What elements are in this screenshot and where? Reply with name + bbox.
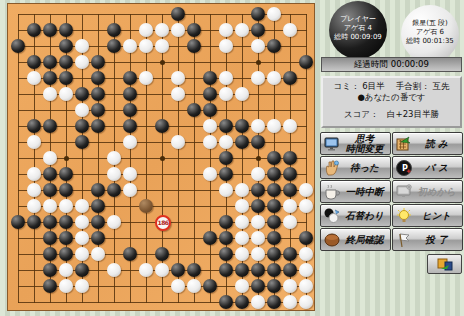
black-stone [203,279,217,293]
star-point [160,156,165,161]
white-stone [299,263,313,277]
black-stone [283,167,297,181]
black-stone [283,247,297,261]
black-stone [43,279,57,293]
white-stone [267,7,281,21]
white-stone [75,55,89,69]
white-stone [139,263,153,277]
restart-button[interactable]: 初めから [392,180,463,203]
white-stone [107,215,121,229]
black-stone [251,7,265,21]
black-stone [219,295,233,309]
white-stone [75,247,89,261]
black-stone [75,135,89,149]
black-stone [171,263,185,277]
white-stone [299,199,313,213]
black-stone [219,247,233,261]
black-stone [59,23,73,37]
black-stone [43,71,57,85]
white-stone [75,215,89,229]
black-stone [107,183,121,197]
white-stone [107,167,121,181]
white-stone [27,135,41,149]
white-stone [75,199,89,213]
white-stone [139,39,153,53]
turn-indicator: ●あなたの番です [323,92,460,103]
black-stone [219,119,233,133]
resign-button[interactable]: 投 了 [392,228,463,251]
white-stone [27,167,41,181]
white-stone [219,39,233,53]
black-stone [219,167,233,181]
black-stone [11,215,25,229]
black-stone [203,71,217,85]
black-stone [43,167,57,181]
hint-button[interactable]: ヒント [392,204,463,227]
white-stone [235,199,249,213]
black-stone [219,231,233,245]
black-stone [219,151,233,165]
black-stone [267,215,281,229]
pass-label: パ ス [413,163,460,173]
white-stone [235,247,249,261]
black-stone [187,23,201,37]
flag-icon [395,231,413,249]
black-stone [187,103,201,117]
black-stone [267,167,281,181]
white-stone [235,279,249,293]
star-point [160,60,165,65]
black-stone [283,263,297,277]
pass-icon: P+ [395,159,413,177]
black-stone [107,23,121,37]
white-stone [251,39,265,53]
go-board[interactable]: 186 [7,3,315,311]
white-stone [251,167,265,181]
black-stone [235,135,249,149]
black-stone [91,103,105,117]
komi-handicap-line: コミ： 6目半 手合割： 互先 [323,81,460,92]
black-stone [75,87,89,101]
think-time-label: 思考 時間変更 [341,134,388,153]
white-stone [219,23,233,37]
pause-label: 一時中断 [341,187,388,197]
black-stone [27,55,41,69]
white-stone [155,23,169,37]
white-player-stone-panel: 銀星(五 段) アゲ石 6 総時 00:01:35 [401,5,459,63]
monitor-plus-icon [395,183,413,201]
black-stone [59,247,73,261]
black-stone [283,71,297,85]
white-stone [219,183,233,197]
black-stone [267,295,281,309]
white-stone [283,119,297,133]
black-stone [155,119,169,133]
bulb-icon [395,207,413,225]
undo-label: 待った [341,163,388,173]
black-total-time: 総時 00:09:09 [329,33,387,42]
white-stone [75,103,89,117]
white-stone [107,263,121,277]
yomi-button[interactable]: 読 み [392,132,463,155]
black-stone [91,71,105,85]
white-stone [283,295,297,309]
white-stone [235,23,249,37]
black-stone [171,7,185,21]
white-stone [155,263,169,277]
white-stone [139,23,153,37]
white-stone [299,295,313,309]
black-stone [43,23,57,37]
white-stone [59,279,73,293]
white-stone [283,199,297,213]
black-stone [203,103,217,117]
black-stone [43,183,57,197]
white-stone [235,183,249,197]
hint-label: ヒント [413,211,460,221]
black-stone [283,151,297,165]
black-stone [27,215,41,229]
black-stone [219,263,233,277]
black-stone [267,183,281,197]
black-stone [299,55,313,69]
white-stone [123,183,137,197]
white-stone [59,87,73,101]
white-stone [107,151,121,165]
black-stone [107,39,121,53]
black-stone [267,231,281,245]
white-stone [75,279,89,293]
restart-label: 初めから [413,187,460,197]
bowl-icon [323,231,341,249]
pause-button[interactable]: 一時中断 [320,180,391,203]
white-stone [171,87,185,101]
game-info-box: コミ： 6目半 手合割： 互先 ●あなたの番です スコア： 白+23目半勝 [321,76,462,128]
white-stone [283,279,297,293]
white-stone [251,295,265,309]
black-stone [251,23,265,37]
black-stone [43,119,57,133]
white-stone [203,119,217,133]
stone-swap-label: 石替わり [341,211,388,221]
black-stone [27,119,41,133]
black-stone [267,199,281,213]
black-stone [91,215,105,229]
white-stone [171,23,185,37]
white-total-time: 総時 00:01:35 [401,37,459,46]
black-stone [187,39,201,53]
last-move-marker-stone: 186 [155,215,171,231]
svg-text:+: + [406,167,411,174]
black-stone [59,183,73,197]
stone-swap-button[interactable]: 石替わり [320,204,391,227]
black-stone [283,183,297,197]
black-stone [203,87,217,101]
white-stone [251,215,265,229]
white-stone [235,231,249,245]
window-switch-icon [437,257,453,271]
stones-icon [323,207,341,225]
panel-toggle-button[interactable] [427,254,462,274]
white-stone [203,167,217,181]
white-stone [235,87,249,101]
black-stone [11,39,25,53]
white-captures: アゲ石 6 [401,28,459,37]
black-stone [43,247,57,261]
end-confirm-label: 終局確認 [341,235,388,245]
black-stone [123,71,137,85]
white-stone [251,119,265,133]
star-point [256,60,261,65]
black-stone [43,231,57,245]
white-stone [91,247,105,261]
white-stone [251,71,265,85]
black-stone [251,135,265,149]
white-stone [43,151,57,165]
hand-icon [323,159,341,177]
white-stone [219,87,233,101]
black-stone [155,247,169,261]
black-stone [75,119,89,133]
black-stone [251,263,265,277]
resign-label: 投 了 [413,235,460,245]
white-stone [299,183,313,197]
white-stone [171,279,185,293]
black-stone [59,55,73,69]
white-stone [187,279,201,293]
white-stone [283,215,297,229]
end-confirm-button[interactable]: 終局確認 [320,228,391,251]
white-stone [299,247,313,261]
white-stone [27,199,41,213]
white-stone [43,87,57,101]
pass-button[interactable]: P+ パ ス [392,156,463,179]
black-stone [91,119,105,133]
white-stone [27,71,41,85]
black-stone [123,103,137,117]
white-stone [123,39,137,53]
think-time-button[interactable]: 思考 時間変更 [320,132,391,155]
white-stone [283,23,297,37]
black-stone [267,247,281,261]
white-stone [267,71,281,85]
white-stone [27,183,41,197]
black-stone [251,279,265,293]
yomi-label: 読 み [413,139,460,149]
black-stone [123,87,137,101]
white-stone [267,119,281,133]
go-app-window: { "game": "go", "board": { "size": 19, "… [0,0,464,316]
white-stone [139,71,153,85]
black-captures: アゲ石 4 [329,24,387,33]
black-stone [59,71,73,85]
black-stone [123,119,137,133]
white-stone [235,215,249,229]
white-stone [155,39,169,53]
black-stone [43,55,57,69]
black-stone [267,279,281,293]
black-stone [235,119,249,133]
white-stone [203,135,217,149]
black-stone [299,231,313,245]
white-stone [251,247,265,261]
brown-highlight-stone [139,199,153,213]
black-stone [267,263,281,277]
black-stone [59,215,73,229]
white-player-name: 銀星(五 段) [401,19,459,28]
cup-icon [323,183,341,201]
white-stone [123,135,137,149]
black-stone [43,215,57,229]
score-line: スコア： 白+23目半勝 [323,109,460,120]
black-stone [91,183,105,197]
monitor-icon [323,135,341,153]
black-stone [203,231,217,245]
white-stone [171,71,185,85]
black-stone [43,263,57,277]
black-stone [235,263,249,277]
white-stone [75,39,89,53]
black-stone [59,167,73,181]
star-point [256,156,261,161]
board-arrow-icon [395,135,413,153]
black-stone [59,231,73,245]
white-stone [123,167,137,181]
white-stone [75,231,89,245]
black-stone [267,151,281,165]
white-stone [59,263,73,277]
white-stone [219,135,233,149]
black-stone [27,23,41,37]
black-stone [235,295,249,309]
black-stone [251,199,265,213]
elapsed-time-bar: 経過時間 00:00:09 [321,57,462,72]
black-stone [219,215,233,229]
black-stone [91,199,105,213]
black-stone [251,183,265,197]
star-point [64,156,69,161]
white-stone [59,199,73,213]
white-stone [171,135,185,149]
black-stone [267,39,281,53]
black-stone [75,263,89,277]
black-player-stone-panel: プレイヤー アゲ石 4 総時 00:09:09 [329,1,387,59]
black-stone [187,263,201,277]
black-stone [91,231,105,245]
black-stone [59,39,73,53]
white-stone [251,231,265,245]
black-stone [123,247,137,261]
white-stone [299,279,313,293]
white-stone [43,199,57,213]
white-stone [219,71,233,85]
black-stone [91,55,105,69]
undo-button[interactable]: 待った [320,156,391,179]
black-player-name: プレイヤー [329,15,387,24]
black-stone [91,87,105,101]
